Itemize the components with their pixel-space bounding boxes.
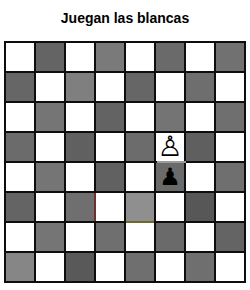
square-a4[interactable] (6, 163, 34, 191)
square-d4[interactable] (96, 163, 124, 191)
square-c4[interactable] (66, 163, 94, 191)
square-e1[interactable] (126, 253, 154, 281)
square-f7[interactable] (156, 73, 184, 101)
square-g8[interactable] (186, 43, 214, 71)
square-g2[interactable] (186, 223, 214, 251)
white-pawn: ♙ (157, 133, 182, 161)
square-a7[interactable] (6, 73, 34, 101)
square-g7[interactable] (186, 73, 214, 101)
square-e2[interactable] (126, 223, 154, 251)
square-d3[interactable] (96, 193, 124, 221)
square-b4[interactable] (36, 163, 64, 191)
square-b3[interactable] (36, 193, 64, 221)
square-b8[interactable] (36, 43, 64, 71)
square-d5[interactable] (96, 133, 124, 161)
square-d1[interactable] (96, 253, 124, 281)
square-e6[interactable] (126, 103, 154, 131)
square-a8[interactable] (6, 43, 34, 71)
square-e7[interactable] (126, 73, 154, 101)
square-d8[interactable] (96, 43, 124, 71)
square-b5[interactable] (36, 133, 64, 161)
square-h2[interactable] (216, 223, 244, 251)
page-title: Juegan las blancas (0, 10, 250, 26)
square-a5[interactable] (6, 133, 34, 161)
square-f6[interactable] (156, 103, 184, 131)
square-h6[interactable] (216, 103, 244, 131)
square-f8[interactable] (156, 43, 184, 71)
square-f2[interactable] (156, 223, 184, 251)
square-f1[interactable] (156, 253, 184, 281)
square-c2[interactable] (66, 223, 94, 251)
square-g4[interactable] (186, 163, 214, 191)
square-h3[interactable] (216, 193, 244, 221)
square-h7[interactable] (216, 73, 244, 101)
square-g3[interactable] (186, 193, 214, 221)
square-c7[interactable] (66, 73, 94, 101)
square-e8[interactable] (126, 43, 154, 71)
square-f3[interactable] (156, 193, 184, 221)
square-b2[interactable] (36, 223, 64, 251)
square-f4[interactable]: ♟ (156, 163, 184, 191)
square-c8[interactable] (66, 43, 94, 71)
square-b7[interactable] (36, 73, 64, 101)
chess-board: ♙♟ (4, 41, 246, 283)
square-b6[interactable] (36, 103, 64, 131)
square-c1[interactable] (66, 253, 94, 281)
square-d2[interactable] (96, 223, 124, 251)
square-a6[interactable] (6, 103, 34, 131)
square-g5[interactable] (186, 133, 214, 161)
square-g1[interactable] (186, 253, 214, 281)
square-c5[interactable] (66, 133, 94, 161)
square-c3[interactable] (66, 193, 94, 221)
square-h4[interactable] (216, 163, 244, 191)
stray-mark-maroon-stripe (94, 193, 96, 221)
square-e5[interactable] (126, 133, 154, 161)
square-h1[interactable] (216, 253, 244, 281)
square-h8[interactable] (216, 43, 244, 71)
square-a2[interactable] (6, 223, 34, 251)
square-f5[interactable]: ♙ (156, 133, 184, 161)
square-b1[interactable] (36, 253, 64, 281)
square-d7[interactable] (96, 73, 124, 101)
square-d6[interactable] (96, 103, 124, 131)
square-c6[interactable] (66, 103, 94, 131)
square-g6[interactable] (186, 103, 214, 131)
black-pawn: ♟ (159, 163, 181, 191)
square-e4[interactable] (126, 163, 154, 191)
square-h5[interactable] (216, 133, 244, 161)
square-e3[interactable] (126, 193, 154, 221)
square-a3[interactable] (6, 193, 34, 221)
square-a1[interactable] (6, 253, 34, 281)
